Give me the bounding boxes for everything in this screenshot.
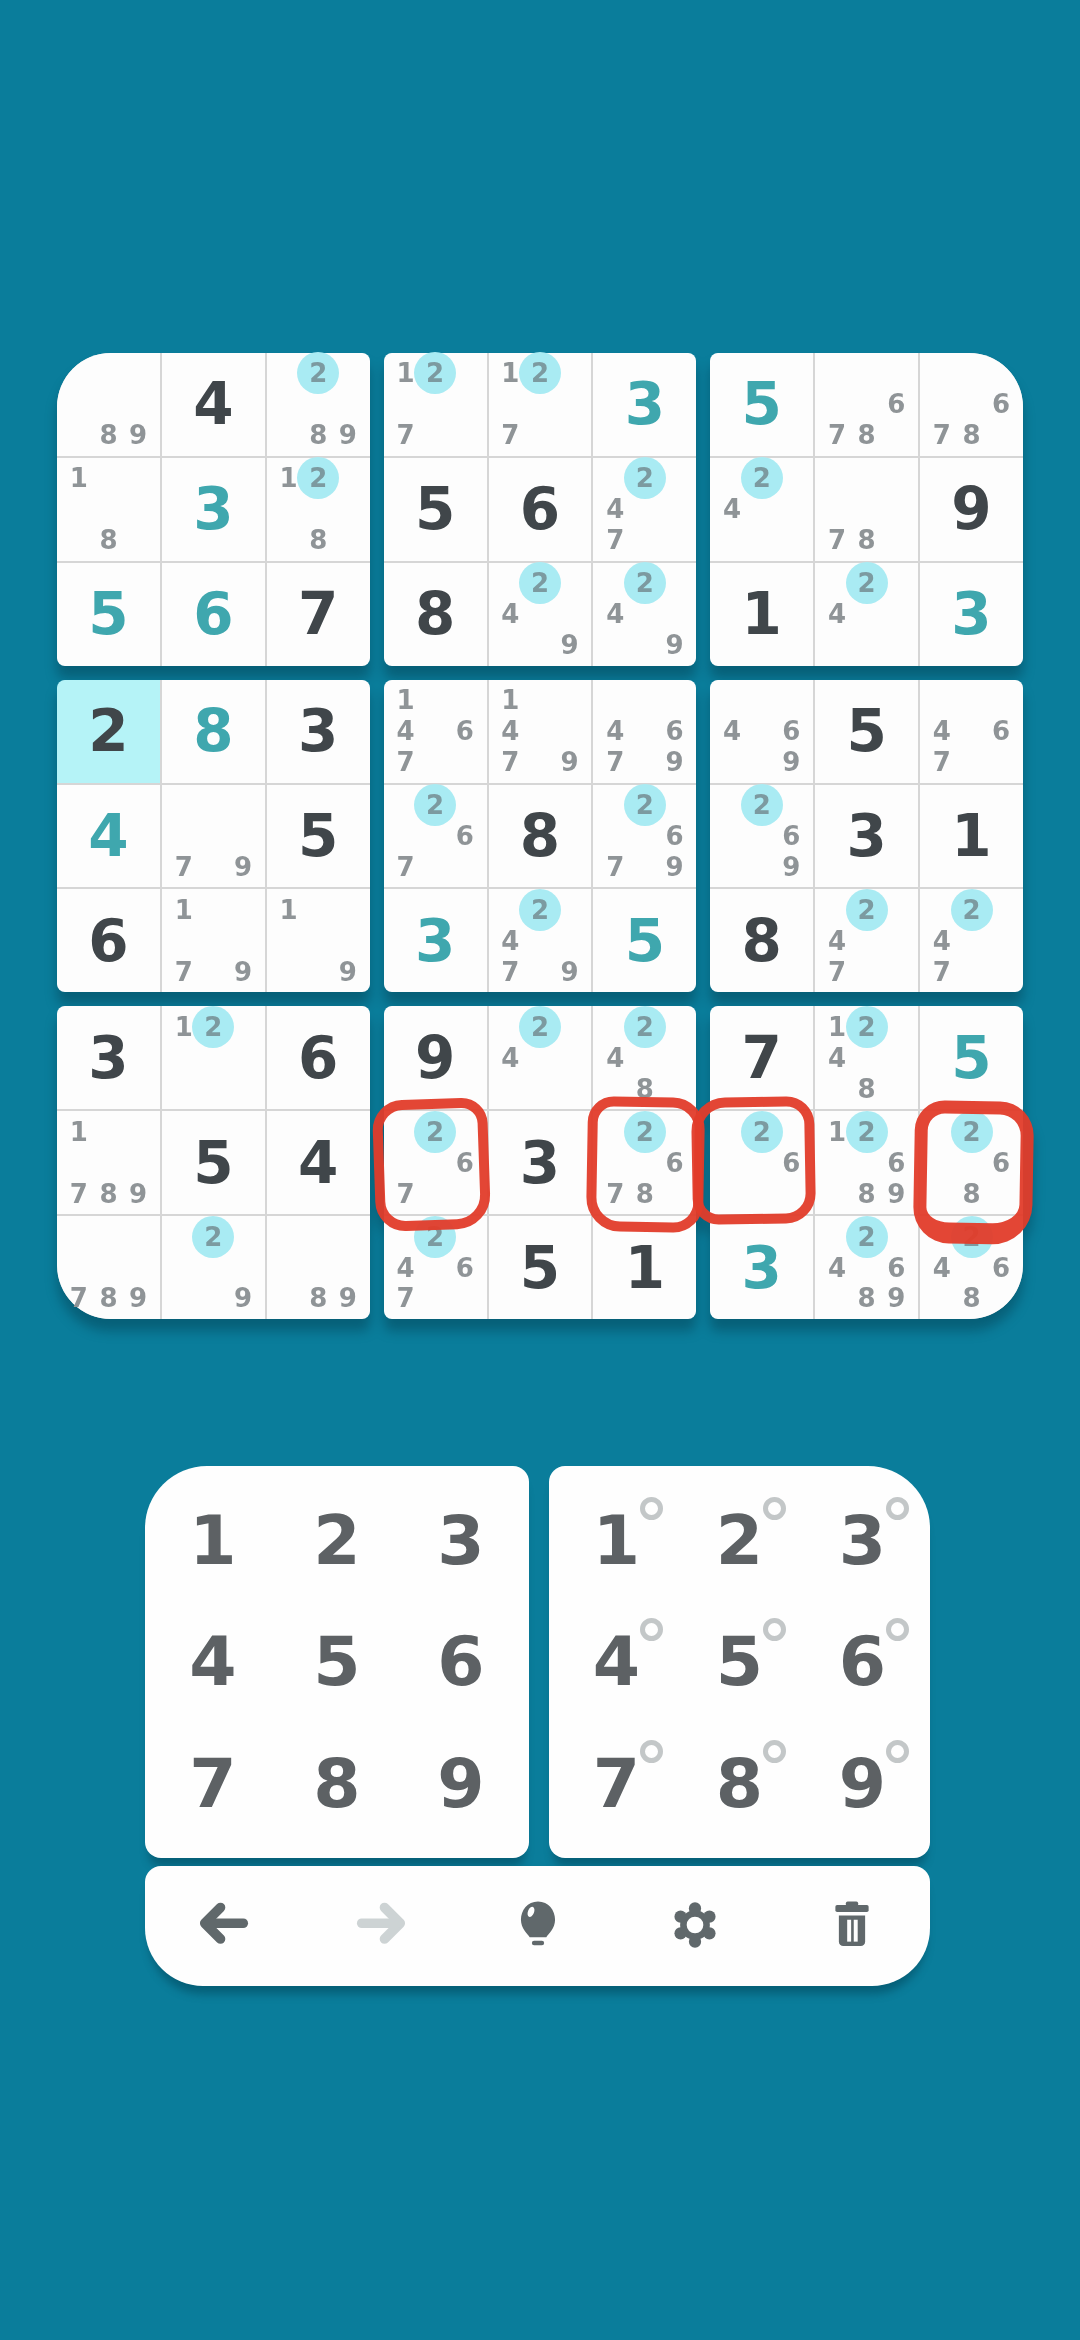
user-digit: 6 xyxy=(162,563,265,666)
notepad-key-4[interactable]: 4 xyxy=(555,1601,678,1722)
note-2-highlighted: 2 xyxy=(747,1116,777,1147)
note-2-highlighted: 2 xyxy=(303,463,333,494)
given-digit: 1 xyxy=(920,785,1023,888)
cell-r9c8[interactable]: 24689 xyxy=(815,1216,918,1319)
given-digit: 1 xyxy=(593,1216,696,1319)
note-2-highlighted: 2 xyxy=(525,1011,555,1042)
note-8: 8 xyxy=(94,420,124,451)
pencil-notes: 24 xyxy=(717,463,806,556)
note-2-highlighted: 2 xyxy=(199,1221,229,1252)
note-7: 7 xyxy=(391,851,421,882)
pencil-notes: 127 xyxy=(496,358,585,451)
note-9: 9 xyxy=(333,956,363,987)
cell-r1c2[interactable]: 4 xyxy=(162,353,265,456)
note-6: 6 xyxy=(660,716,690,747)
cell-r8c8[interactable]: 12689 xyxy=(815,1111,918,1214)
box-5: 14671479467926782679324795 xyxy=(384,680,697,993)
note-2-highlighted: 2 xyxy=(630,463,660,494)
pencil-notes: 1479 xyxy=(496,685,585,778)
cell-r6c1[interactable]: 6 xyxy=(57,889,160,992)
note-8: 8 xyxy=(852,1283,882,1314)
cell-r9c6[interactable]: 1 xyxy=(593,1216,696,1319)
note-4: 4 xyxy=(927,716,957,747)
note-7: 7 xyxy=(822,420,852,451)
pencil-notes: 268 xyxy=(927,1116,1016,1209)
cell-r1c3[interactable]: 289 xyxy=(267,353,370,456)
note-6: 6 xyxy=(450,1252,480,1283)
note-6: 6 xyxy=(660,1147,690,1178)
given-digit: 9 xyxy=(920,458,1023,561)
pencil-notes: 12 xyxy=(169,1011,258,1104)
pencil-notes: 18 xyxy=(64,463,153,556)
note-9: 9 xyxy=(660,851,690,882)
note-4: 4 xyxy=(927,925,957,956)
pencil-notes: 2679 xyxy=(600,790,689,883)
cell-r4c8[interactable]: 5 xyxy=(815,680,918,783)
note-4: 4 xyxy=(600,716,630,747)
cell-r8c5[interactable]: 3 xyxy=(489,1111,592,1214)
cell-r6c6[interactable]: 5 xyxy=(593,889,696,992)
note-6: 6 xyxy=(660,821,690,852)
pencil-notes: 249 xyxy=(496,568,585,661)
given-digit: 1 xyxy=(710,563,813,666)
cell-r1c9[interactable]: 678 xyxy=(920,353,1023,456)
numpad-key-9[interactable]: 9 xyxy=(399,1723,523,1844)
pencil-notes: 24 xyxy=(496,1011,585,1104)
note-4: 4 xyxy=(496,599,526,630)
note-2-highlighted: 2 xyxy=(199,1011,229,1042)
cell-r6c8[interactable]: 247 xyxy=(815,889,918,992)
note-1: 1 xyxy=(496,685,526,716)
cell-r3c2[interactable]: 6 xyxy=(162,563,265,666)
pencil-notes: 89 xyxy=(274,1221,363,1314)
numpad-key-1[interactable]: 1 xyxy=(151,1480,275,1601)
note-2-highlighted: 2 xyxy=(852,1221,882,1252)
note-2-highlighted: 2 xyxy=(630,1011,660,1042)
cell-r9c1[interactable]: 789 xyxy=(57,1216,160,1319)
cell-r2c1[interactable]: 18 xyxy=(57,458,160,561)
toolbar xyxy=(145,1866,930,1986)
note-2-highlighted: 2 xyxy=(957,1116,987,1147)
note-4: 4 xyxy=(391,716,421,747)
note-2-highlighted: 2 xyxy=(630,568,660,599)
cell-r4c7[interactable]: 469 xyxy=(710,680,813,783)
cell-r4c2[interactable]: 8 xyxy=(162,680,265,783)
cell-r1c5[interactable]: 127 xyxy=(489,353,592,456)
cell-r5c1[interactable]: 4 xyxy=(57,785,160,888)
cell-r7c5[interactable]: 24 xyxy=(489,1006,592,1109)
cell-r1c8[interactable]: 678 xyxy=(815,353,918,456)
note-2-highlighted: 2 xyxy=(420,1221,450,1252)
undo-arrow-icon xyxy=(196,1897,252,1956)
note-2-highlighted: 2 xyxy=(852,568,882,599)
note-6: 6 xyxy=(450,1147,480,1178)
cell-r5c4[interactable]: 267 xyxy=(384,785,487,888)
numpad-key-8[interactable]: 8 xyxy=(275,1723,399,1844)
note-2-highlighted: 2 xyxy=(852,894,882,925)
cell-r2c7[interactable]: 24 xyxy=(710,458,813,561)
note-7: 7 xyxy=(496,956,526,987)
cell-r8c3[interactable]: 4 xyxy=(267,1111,370,1214)
note-9: 9 xyxy=(555,747,585,778)
cell-r1c7[interactable]: 5 xyxy=(710,353,813,456)
cell-r3c1[interactable]: 5 xyxy=(57,563,160,666)
note-8: 8 xyxy=(303,420,333,451)
note-1: 1 xyxy=(274,894,304,925)
pencil-notes: 247 xyxy=(600,463,689,556)
pencil-notes: 678 xyxy=(927,358,1016,451)
note-9: 9 xyxy=(660,630,690,661)
pencil-notes: 2678 xyxy=(600,1116,689,1209)
note-4: 4 xyxy=(600,494,630,525)
note-2-highlighted: 2 xyxy=(957,894,987,925)
note-ring-icon xyxy=(640,1618,663,1641)
note-4: 4 xyxy=(496,1042,526,1073)
sudoku-app-screen: 8942891831285671271273562478249249567867… xyxy=(0,0,1080,2340)
note-2-highlighted: 2 xyxy=(525,894,555,925)
note-9: 9 xyxy=(777,851,807,882)
pencil-notes: 127 xyxy=(391,358,480,451)
note-9: 9 xyxy=(228,1283,258,1314)
numpad-key-2[interactable]: 2 xyxy=(275,1480,399,1601)
cell-r8c4[interactable]: 267 xyxy=(384,1111,487,1214)
note-8: 8 xyxy=(852,525,882,556)
given-digit: 7 xyxy=(710,1006,813,1109)
given-digit: 8 xyxy=(384,563,487,666)
note-8: 8 xyxy=(852,1178,882,1209)
cell-r1c6[interactable]: 3 xyxy=(593,353,696,456)
cell-r3c5[interactable]: 249 xyxy=(489,563,592,666)
cell-r4c5[interactable]: 1479 xyxy=(489,680,592,783)
cell-r4c1[interactable]: 2 xyxy=(57,680,160,783)
cell-r3c6[interactable]: 249 xyxy=(593,563,696,666)
pencil-notes: 267 xyxy=(391,790,480,883)
cell-r5c8[interactable]: 3 xyxy=(815,785,918,888)
cell-r1c1[interactable]: 89 xyxy=(57,353,160,456)
note-ring-icon xyxy=(763,1740,786,1763)
note-7: 7 xyxy=(391,747,421,778)
user-digit: 5 xyxy=(710,353,813,456)
cell-r6c5[interactable]: 2479 xyxy=(489,889,592,992)
user-digit: 5 xyxy=(920,1006,1023,1109)
user-digit: 8 xyxy=(162,680,265,783)
note-8: 8 xyxy=(957,1283,987,1314)
cell-r4c6[interactable]: 4679 xyxy=(593,680,696,783)
note-2-highlighted: 2 xyxy=(852,1116,882,1147)
note-6: 6 xyxy=(986,389,1016,420)
pencil-notes: 24689 xyxy=(822,1221,911,1314)
note-9: 9 xyxy=(123,420,153,451)
notepad-key-9[interactable]: 9 xyxy=(801,1723,924,1844)
cell-r8c9[interactable]: 268 xyxy=(920,1111,1023,1214)
user-digit: 3 xyxy=(384,889,487,992)
pencil-notes: 12689 xyxy=(822,1116,911,1209)
note-8: 8 xyxy=(630,1073,660,1104)
note-ring-icon xyxy=(886,1497,909,1520)
note-ring-icon xyxy=(763,1497,786,1520)
pencil-notes: 247 xyxy=(927,894,1016,987)
note-2-highlighted: 2 xyxy=(630,790,660,821)
note-4: 4 xyxy=(717,494,747,525)
note-ring-icon xyxy=(640,1740,663,1763)
pencil-notes: 2467 xyxy=(391,1221,480,1314)
cell-r2c3[interactable]: 128 xyxy=(267,458,370,561)
note-4: 4 xyxy=(822,1042,852,1073)
user-digit: 5 xyxy=(593,889,696,992)
numpad-key-7[interactable]: 7 xyxy=(151,1723,275,1844)
cell-r7c7[interactable]: 7 xyxy=(710,1006,813,1109)
pencil-notes: 269 xyxy=(717,790,806,883)
pencil-notes: 24 xyxy=(822,568,911,661)
note-7: 7 xyxy=(600,1178,630,1209)
note-2-highlighted: 2 xyxy=(957,1221,987,1252)
notepad-key-7[interactable]: 7 xyxy=(555,1723,678,1844)
user-digit: 3 xyxy=(593,353,696,456)
note-2-highlighted: 2 xyxy=(420,1116,450,1147)
note-7: 7 xyxy=(822,525,852,556)
note-9: 9 xyxy=(228,956,258,987)
given-digit: 4 xyxy=(162,353,265,456)
note-8: 8 xyxy=(94,1283,124,1314)
cell-r3c8[interactable]: 24 xyxy=(815,563,918,666)
cell-r6c2[interactable]: 179 xyxy=(162,889,265,992)
hint-button[interactable] xyxy=(508,1896,568,1956)
number-pad: 123456789 xyxy=(145,1466,529,1858)
pencil-notes: 267 xyxy=(391,1116,480,1209)
user-digit: 5 xyxy=(57,563,160,666)
note-7: 7 xyxy=(64,1283,94,1314)
gear-icon xyxy=(667,1897,723,1956)
user-digit: 3 xyxy=(710,1216,813,1319)
cell-r9c3[interactable]: 89 xyxy=(267,1216,370,1319)
note-7: 7 xyxy=(169,956,199,987)
note-4: 4 xyxy=(822,1252,852,1283)
notepad-key-3[interactable]: 3 xyxy=(801,1480,924,1601)
cell-r9c4[interactable]: 2467 xyxy=(384,1216,487,1319)
cell-r2c8[interactable]: 78 xyxy=(815,458,918,561)
pencil-notes: 289 xyxy=(274,358,363,451)
pencil-notes: 467 xyxy=(927,685,1016,778)
cell-r7c8[interactable]: 1248 xyxy=(815,1006,918,1109)
cell-r9c7[interactable]: 3 xyxy=(710,1216,813,1319)
note-9: 9 xyxy=(881,1283,911,1314)
pencil-notes: 247 xyxy=(822,894,911,987)
given-digit: 6 xyxy=(57,889,160,992)
note-1: 1 xyxy=(64,1116,94,1147)
box-6: 4695467269318247247 xyxy=(710,680,1023,993)
given-digit: 4 xyxy=(267,1111,370,1214)
box-2: 1271273562478249249 xyxy=(384,353,697,666)
box-9: 71248526126892683246892468 xyxy=(710,1006,1023,1319)
note-9: 9 xyxy=(333,420,363,451)
cell-r9c9[interactable]: 2468 xyxy=(920,1216,1023,1319)
lightbulb-icon xyxy=(510,1897,566,1956)
note-7: 7 xyxy=(600,747,630,778)
note-9: 9 xyxy=(777,747,807,778)
given-digit: 3 xyxy=(267,680,370,783)
given-digit: 3 xyxy=(815,785,918,888)
cell-r7c3[interactable]: 6 xyxy=(267,1006,370,1109)
note-8: 8 xyxy=(852,420,882,451)
cell-r5c5[interactable]: 8 xyxy=(489,785,592,888)
notepad-key-1[interactable]: 1 xyxy=(555,1480,678,1601)
given-digit: 6 xyxy=(489,458,592,561)
cell-r3c7[interactable]: 1 xyxy=(710,563,813,666)
notepad-key-2[interactable]: 2 xyxy=(678,1480,801,1601)
pencil-notes: 1789 xyxy=(64,1116,153,1209)
note-7: 7 xyxy=(169,851,199,882)
cell-r2c6[interactable]: 247 xyxy=(593,458,696,561)
note-8: 8 xyxy=(303,1283,333,1314)
note-8: 8 xyxy=(94,1178,124,1209)
cell-r5c2[interactable]: 79 xyxy=(162,785,265,888)
numpad-key-4[interactable]: 4 xyxy=(151,1601,275,1722)
note-2-highlighted: 2 xyxy=(420,358,450,389)
user-digit: 3 xyxy=(920,563,1023,666)
note-6: 6 xyxy=(450,821,480,852)
note-ring-icon xyxy=(886,1618,909,1641)
note-6: 6 xyxy=(777,716,807,747)
pencil-notes: 249 xyxy=(600,568,689,661)
cell-r7c2[interactable]: 12 xyxy=(162,1006,265,1109)
cell-r7c6[interactable]: 248 xyxy=(593,1006,696,1109)
note-6: 6 xyxy=(986,1252,1016,1283)
cell-r2c9[interactable]: 9 xyxy=(920,458,1023,561)
cell-r3c9[interactable]: 3 xyxy=(920,563,1023,666)
cell-r5c3[interactable]: 5 xyxy=(267,785,370,888)
notepad-key-5[interactable]: 5 xyxy=(678,1601,801,1722)
cell-r9c2[interactable]: 29 xyxy=(162,1216,265,1319)
given-digit: 5 xyxy=(489,1216,592,1319)
settings-button[interactable] xyxy=(665,1896,725,1956)
cell-r2c4[interactable]: 5 xyxy=(384,458,487,561)
pencil-notes: 1467 xyxy=(391,685,480,778)
sudoku-board: 8942891831285671271273562478249249567867… xyxy=(57,353,1023,1319)
cell-r3c4[interactable]: 8 xyxy=(384,563,487,666)
cell-r2c5[interactable]: 6 xyxy=(489,458,592,561)
note-7: 7 xyxy=(822,956,852,987)
cell-r8c6[interactable]: 2678 xyxy=(593,1111,696,1214)
note-6: 6 xyxy=(986,716,1016,747)
pencil-notes: 29 xyxy=(169,1221,258,1314)
cell-r6c3[interactable]: 19 xyxy=(267,889,370,992)
pencil-notes: 179 xyxy=(169,894,258,987)
note-pad: 123456789 xyxy=(549,1466,930,1858)
numpad-key-5[interactable]: 5 xyxy=(275,1601,399,1722)
note-4: 4 xyxy=(600,1042,630,1073)
erase-button[interactable] xyxy=(822,1896,882,1956)
note-6: 6 xyxy=(777,821,807,852)
redo-button[interactable] xyxy=(351,1896,411,1956)
cell-r9c5[interactable]: 5 xyxy=(489,1216,592,1319)
cell-r8c1[interactable]: 1789 xyxy=(57,1111,160,1214)
note-1: 1 xyxy=(64,463,94,494)
trash-icon xyxy=(824,1897,880,1956)
cell-r8c7[interactable]: 26 xyxy=(710,1111,813,1214)
notepad-key-8[interactable]: 8 xyxy=(678,1723,801,1844)
note-8: 8 xyxy=(852,1073,882,1104)
numpad-key-3[interactable]: 3 xyxy=(399,1480,523,1601)
note-4: 4 xyxy=(600,599,630,630)
given-digit: 5 xyxy=(815,680,918,783)
note-6: 6 xyxy=(777,1147,807,1178)
box-4: 2834795617919 xyxy=(57,680,370,993)
numpad-key-6[interactable]: 6 xyxy=(399,1601,523,1722)
cell-r5c9[interactable]: 1 xyxy=(920,785,1023,888)
notepad-key-6[interactable]: 6 xyxy=(801,1601,924,1722)
note-1: 1 xyxy=(169,894,199,925)
cell-r5c6[interactable]: 2679 xyxy=(593,785,696,888)
note-9: 9 xyxy=(881,1178,911,1209)
note-8: 8 xyxy=(957,1178,987,1209)
given-digit: 9 xyxy=(384,1006,487,1109)
note-2-highlighted: 2 xyxy=(525,358,555,389)
note-8: 8 xyxy=(303,525,333,556)
note-7: 7 xyxy=(391,1178,421,1209)
note-6: 6 xyxy=(881,389,911,420)
cell-r4c3[interactable]: 3 xyxy=(267,680,370,783)
pencil-notes: 2479 xyxy=(496,894,585,987)
note-8: 8 xyxy=(957,420,987,451)
user-digit: 4 xyxy=(57,785,160,888)
note-4: 4 xyxy=(496,716,526,747)
given-digit: 7 xyxy=(267,563,370,666)
note-2-highlighted: 2 xyxy=(630,1116,660,1147)
note-7: 7 xyxy=(391,420,421,451)
cell-r5c7[interactable]: 269 xyxy=(710,785,813,888)
cell-r4c4[interactable]: 1467 xyxy=(384,680,487,783)
redo-arrow-icon xyxy=(353,1897,409,1956)
note-9: 9 xyxy=(555,630,585,661)
note-9: 9 xyxy=(228,851,258,882)
cell-r6c7[interactable]: 8 xyxy=(710,889,813,992)
box-8: 92424826732678246751 xyxy=(384,1006,697,1319)
note-8: 8 xyxy=(630,1178,660,1209)
box-1: 894289183128567 xyxy=(57,353,370,666)
note-6: 6 xyxy=(986,1147,1016,1178)
note-9: 9 xyxy=(123,1283,153,1314)
note-7: 7 xyxy=(391,1283,421,1314)
note-2-highlighted: 2 xyxy=(852,1011,882,1042)
given-digit: 6 xyxy=(267,1006,370,1109)
cell-r3c3[interactable]: 7 xyxy=(267,563,370,666)
cell-r6c4[interactable]: 3 xyxy=(384,889,487,992)
cell-r7c1[interactable]: 3 xyxy=(57,1006,160,1109)
pencil-notes: 128 xyxy=(274,463,363,556)
cell-r6c9[interactable]: 247 xyxy=(920,889,1023,992)
note-7: 7 xyxy=(496,420,526,451)
cell-r4c9[interactable]: 467 xyxy=(920,680,1023,783)
cell-r7c9[interactable]: 5 xyxy=(920,1006,1023,1109)
note-7: 7 xyxy=(600,525,630,556)
note-8: 8 xyxy=(94,525,124,556)
note-4: 4 xyxy=(822,599,852,630)
cell-r2c2[interactable]: 3 xyxy=(162,458,265,561)
note-ring-icon xyxy=(886,1740,909,1763)
note-4: 4 xyxy=(391,1252,421,1283)
cell-r8c2[interactable]: 5 xyxy=(162,1111,265,1214)
undo-button[interactable] xyxy=(194,1896,254,1956)
note-6: 6 xyxy=(450,716,480,747)
cell-r1c4[interactable]: 127 xyxy=(384,353,487,456)
pencil-notes: 26 xyxy=(717,1116,806,1209)
note-2-highlighted: 2 xyxy=(747,790,777,821)
user-digit: 3 xyxy=(162,458,265,561)
cell-r7c4[interactable]: 9 xyxy=(384,1006,487,1109)
note-2-highlighted: 2 xyxy=(420,790,450,821)
note-4: 4 xyxy=(822,925,852,956)
given-digit: 3 xyxy=(489,1111,592,1214)
